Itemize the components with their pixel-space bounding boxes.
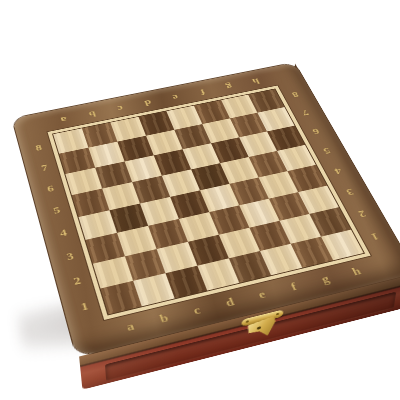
square-d1 (197, 258, 239, 290)
rank-label: 1 (351, 221, 400, 253)
rank-label: 1 (61, 289, 109, 325)
square-h2 (309, 207, 351, 236)
square-g2 (280, 214, 321, 244)
square-d4 (170, 190, 209, 219)
square-c2 (157, 242, 198, 273)
square-b3 (117, 226, 157, 256)
square-g1 (291, 237, 333, 268)
square-b1 (133, 273, 175, 306)
square-d2 (188, 235, 229, 266)
rank-label: 4 (41, 217, 85, 248)
square-e1 (229, 251, 271, 283)
square-b4 (109, 204, 148, 233)
rank-label: 3 (47, 240, 92, 273)
chess-box: abcdefgh abcdefgh 87654321 87654321 (12, 63, 400, 357)
square-f2 (249, 221, 290, 251)
square-g3 (269, 192, 309, 221)
square-e3 (209, 205, 249, 234)
rank-label: 2 (339, 199, 386, 229)
square-c1 (165, 266, 207, 299)
rank-label: 2 (54, 264, 100, 298)
product-photo-chess-box: abcdefgh abcdefgh 87654321 87654321 (0, 0, 400, 400)
square-a2 (93, 256, 133, 288)
rank-label: 5 (35, 195, 78, 225)
square-c3 (148, 219, 188, 249)
square-a1 (100, 281, 141, 315)
scene: abcdefgh abcdefgh 87654321 87654321 (0, 0, 400, 400)
square-e2 (219, 228, 260, 259)
square-f1 (260, 244, 302, 275)
square-d3 (179, 212, 219, 242)
square-f3 (239, 199, 279, 228)
square-h1 (321, 230, 364, 261)
square-c4 (140, 197, 179, 226)
square-a5 (72, 189, 110, 217)
square-b2 (125, 249, 166, 281)
square-a3 (86, 233, 125, 264)
square-a4 (79, 210, 118, 240)
